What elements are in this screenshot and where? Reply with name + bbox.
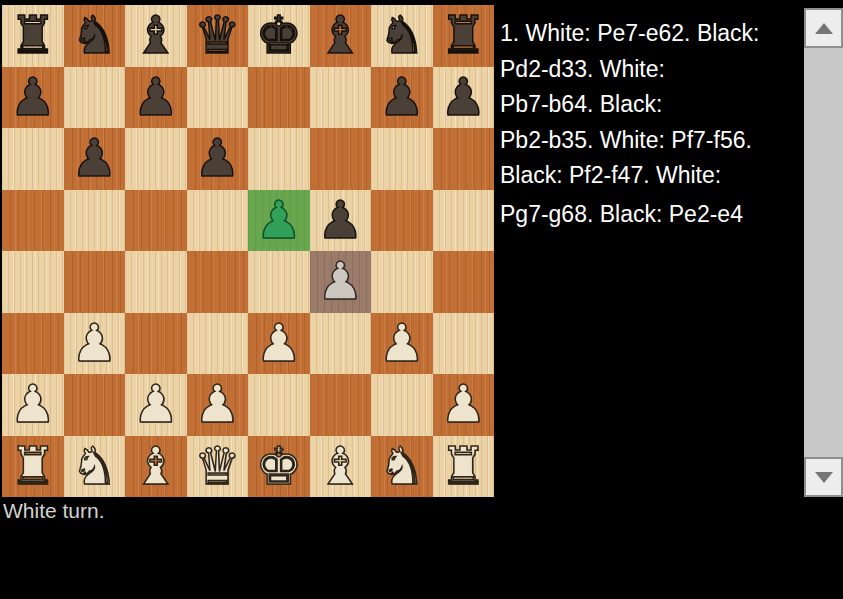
- white-pawn: ♟: [71, 313, 118, 374]
- white-pawn: ♟: [440, 374, 487, 435]
- move-log-line: 1. White: Pe7-e62. Black:: [500, 16, 806, 52]
- scrollbar-track[interactable]: [804, 8, 843, 497]
- square-f8[interactable]: ♝: [310, 436, 372, 498]
- black-bishop: ♝: [132, 5, 179, 66]
- move-log-line: Black: Pf2-f47. White:: [500, 158, 806, 194]
- black-king: ♚: [255, 5, 302, 66]
- square-b8[interactable]: ♞: [64, 436, 126, 498]
- white-knight: ♞: [71, 436, 118, 497]
- black-queen: ♛: [194, 5, 241, 66]
- square-h4[interactable]: [433, 190, 495, 252]
- square-b6[interactable]: ♟: [64, 313, 126, 375]
- square-f3[interactable]: [310, 128, 372, 190]
- black-knight: ♞: [71, 5, 118, 66]
- black-rook: ♜: [440, 5, 487, 66]
- square-c6[interactable]: [125, 313, 187, 375]
- square-d5[interactable]: [187, 251, 249, 313]
- square-e3[interactable]: [248, 128, 310, 190]
- square-h7[interactable]: ♟: [433, 374, 495, 436]
- move-log-scrollbar[interactable]: [804, 8, 843, 497]
- square-h8[interactable]: ♜: [433, 436, 495, 498]
- white-pawn: ♟: [194, 374, 241, 435]
- square-f5[interactable]: ♟: [310, 251, 372, 313]
- square-a6[interactable]: [2, 313, 64, 375]
- square-a1[interactable]: ♜: [2, 5, 64, 67]
- black-knight: ♞: [378, 5, 425, 66]
- black-pawn: ♟: [71, 128, 118, 189]
- square-c2[interactable]: ♟: [125, 67, 187, 129]
- black-pawn: ♟: [440, 67, 487, 128]
- move-log-line: Pd2-d33. White:: [500, 52, 806, 88]
- scroll-down-button[interactable]: [804, 457, 843, 497]
- square-h5[interactable]: [433, 251, 495, 313]
- square-a5[interactable]: [2, 251, 64, 313]
- square-b4[interactable]: [64, 190, 126, 252]
- chess-board[interactable]: ♜♞♝♛♚♝♞♜♟♟♟♟♟♟♟♟♟♟♟♟♟♟♟♟♜♞♝♛♚♝♞♜: [2, 5, 494, 497]
- square-a4[interactable]: [2, 190, 64, 252]
- square-h1[interactable]: ♜: [433, 5, 495, 67]
- square-f7[interactable]: [310, 374, 372, 436]
- square-h2[interactable]: ♟: [433, 67, 495, 129]
- square-g3[interactable]: [371, 128, 433, 190]
- square-e4[interactable]: ♟: [248, 190, 310, 252]
- down-arrow-icon: [815, 472, 833, 483]
- white-pawn: ♟: [317, 251, 364, 312]
- black-pawn: ♟: [378, 67, 425, 128]
- square-c8[interactable]: ♝: [125, 436, 187, 498]
- white-pawn: ♟: [9, 374, 56, 435]
- square-d3[interactable]: ♟: [187, 128, 249, 190]
- square-g2[interactable]: ♟: [371, 67, 433, 129]
- square-g8[interactable]: ♞: [371, 436, 433, 498]
- white-king: ♚: [255, 436, 302, 497]
- white-pawn: ♟: [132, 374, 179, 435]
- square-d2[interactable]: [187, 67, 249, 129]
- white-bishop: ♝: [317, 436, 364, 497]
- square-d6[interactable]: [187, 313, 249, 375]
- move-log-line: Pb2-b35. White: Pf7-f56.: [500, 123, 806, 159]
- up-arrow-icon: [815, 23, 833, 34]
- black-pawn: ♟: [194, 128, 241, 189]
- square-e5[interactable]: [248, 251, 310, 313]
- turn-status: White turn.: [3, 499, 105, 523]
- square-d1[interactable]: ♛: [187, 5, 249, 67]
- square-b5[interactable]: [64, 251, 126, 313]
- square-e6[interactable]: ♟: [248, 313, 310, 375]
- square-c7[interactable]: ♟: [125, 374, 187, 436]
- black-bishop: ♝: [317, 5, 364, 66]
- square-e2[interactable]: [248, 67, 310, 129]
- square-b2[interactable]: [64, 67, 126, 129]
- white-knight: ♞: [378, 436, 425, 497]
- chess-app-window: ♜♞♝♛♚♝♞♜♟♟♟♟♟♟♟♟♟♟♟♟♟♟♟♟♜♞♝♛♚♝♞♜ 1. Whit…: [0, 0, 843, 599]
- black-pawn: ♟: [132, 67, 179, 128]
- move-log: 1. White: Pe7-e62. Black:Pd2-d33. White:…: [500, 16, 806, 232]
- white-pawn: ♟: [378, 313, 425, 374]
- square-f1[interactable]: ♝: [310, 5, 372, 67]
- square-e8[interactable]: ♚: [248, 436, 310, 498]
- black-pawn: ♟: [9, 67, 56, 128]
- square-d8[interactable]: ♛: [187, 436, 249, 498]
- square-b3[interactable]: ♟: [64, 128, 126, 190]
- square-b7[interactable]: [64, 374, 126, 436]
- square-b1[interactable]: ♞: [64, 5, 126, 67]
- square-f2[interactable]: [310, 67, 372, 129]
- square-g1[interactable]: ♞: [371, 5, 433, 67]
- white-queen: ♛: [194, 436, 241, 497]
- square-g4[interactable]: [371, 190, 433, 252]
- white-pawn: ♟: [255, 313, 302, 374]
- square-e1[interactable]: ♚: [248, 5, 310, 67]
- square-e7[interactable]: [248, 374, 310, 436]
- square-g5[interactable]: [371, 251, 433, 313]
- square-c3[interactable]: [125, 128, 187, 190]
- square-h3[interactable]: [433, 128, 495, 190]
- square-h6[interactable]: [433, 313, 495, 375]
- move-log-line: Pg7-g68. Black: Pe2-e4: [500, 197, 806, 233]
- square-c5[interactable]: [125, 251, 187, 313]
- white-rook: ♜: [9, 436, 56, 497]
- white-bishop: ♝: [132, 436, 179, 497]
- square-g6[interactable]: ♟: [371, 313, 433, 375]
- square-a2[interactable]: ♟: [2, 67, 64, 129]
- square-f4[interactable]: ♟: [310, 190, 372, 252]
- black-pawn: ♟: [255, 190, 302, 251]
- square-c4[interactable]: [125, 190, 187, 252]
- scroll-up-button[interactable]: [804, 8, 843, 48]
- black-rook: ♜: [9, 5, 56, 66]
- square-d7[interactable]: ♟: [187, 374, 249, 436]
- black-pawn: ♟: [317, 190, 364, 251]
- square-c1[interactable]: ♝: [125, 5, 187, 67]
- square-a7[interactable]: ♟: [2, 374, 64, 436]
- white-rook: ♜: [440, 436, 487, 497]
- square-a3[interactable]: [2, 128, 64, 190]
- square-d4[interactable]: [187, 190, 249, 252]
- move-log-line: Pb7-b64. Black:: [500, 87, 806, 123]
- square-a8[interactable]: ♜: [2, 436, 64, 498]
- square-g7[interactable]: [371, 374, 433, 436]
- square-f6[interactable]: [310, 313, 372, 375]
